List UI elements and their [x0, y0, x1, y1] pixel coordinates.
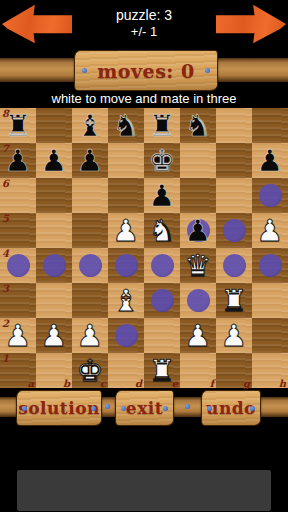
square-c3[interactable]: [72, 283, 108, 318]
piece-white-knight: ♞: [144, 213, 180, 248]
piece-black-rook: ♜: [144, 108, 180, 143]
square-c8[interactable]: ♝: [72, 108, 108, 143]
moves-counter: moves: 0: [97, 60, 194, 82]
square-e3[interactable]: [144, 283, 180, 318]
rank-label-5: 5: [2, 213, 9, 224]
square-e1[interactable]: e♜: [144, 353, 180, 388]
square-h5[interactable]: ♟: [252, 213, 288, 248]
puzzle-nav-bar: puzzle: 3 +/- 1: [0, 0, 288, 50]
square-d6[interactable]: [108, 178, 144, 213]
piece-white-rook: ♜: [144, 353, 180, 388]
piece-white-pawn: ♟: [36, 318, 72, 353]
file-label-a: a: [28, 378, 34, 389]
screw-icon: [163, 406, 168, 411]
square-b1[interactable]: b: [36, 353, 72, 388]
moves-plank: moves: 0: [74, 50, 218, 91]
piece-white-pawn: ♟: [72, 318, 108, 353]
exit-button[interactable]: exit: [115, 390, 174, 426]
square-f2[interactable]: ♟: [180, 318, 216, 353]
piece-white-bishop: ♝: [108, 283, 144, 318]
square-d4[interactable]: [108, 248, 144, 283]
screw-icon: [207, 406, 212, 411]
square-h8[interactable]: [252, 108, 288, 143]
next-puzzle-arrow-icon[interactable]: [216, 4, 286, 44]
square-d1[interactable]: d: [108, 353, 144, 388]
square-f3[interactable]: [180, 283, 216, 318]
move-hint-dot: [223, 219, 246, 242]
square-e8[interactable]: ♜: [144, 108, 180, 143]
square-a7[interactable]: 7♟: [0, 143, 36, 178]
puzzle-number-label: puzzle: 3: [74, 7, 214, 24]
ad-banner: [17, 470, 271, 511]
square-h4[interactable]: [252, 248, 288, 283]
square-c6[interactable]: [72, 178, 108, 213]
solution-button-label: solution: [18, 398, 100, 418]
undo-button-label: undo: [206, 398, 256, 418]
square-g3[interactable]: ♜: [216, 283, 252, 318]
puzzle-title-block: puzzle: 3 +/- 1: [74, 7, 214, 39]
screw-icon: [105, 404, 110, 409]
puzzle-nav-hint: +/- 1: [74, 24, 214, 39]
square-h1[interactable]: h: [252, 353, 288, 388]
square-f6[interactable]: [180, 178, 216, 213]
screw-icon: [250, 406, 255, 411]
prev-puzzle-arrow-icon[interactable]: [2, 4, 72, 44]
screw-icon: [91, 406, 96, 411]
piece-black-king: ♚: [144, 143, 180, 178]
piece-white-king: ♚: [72, 353, 108, 388]
piece-white-pawn: ♟: [108, 213, 144, 248]
square-f5[interactable]: ♟: [180, 213, 216, 248]
square-b6[interactable]: [36, 178, 72, 213]
square-b4[interactable]: [36, 248, 72, 283]
piece-black-knight: ♞: [180, 108, 216, 143]
square-g8[interactable]: [216, 108, 252, 143]
screw-icon: [205, 68, 210, 73]
square-c2[interactable]: ♟: [72, 318, 108, 353]
file-label-d: d: [135, 378, 142, 389]
square-a2[interactable]: 2♟: [0, 318, 36, 353]
square-d2[interactable]: [108, 318, 144, 353]
move-hint-dot: [115, 324, 138, 347]
piece-white-pawn: ♟: [216, 318, 252, 353]
rank-label-1: 1: [2, 353, 9, 364]
file-label-b: b: [63, 378, 70, 389]
square-g4[interactable]: [216, 248, 252, 283]
file-label-f: f: [210, 378, 214, 389]
rank-label-3: 3: [2, 283, 9, 294]
square-f1[interactable]: f: [180, 353, 216, 388]
move-hint-dot: [187, 289, 210, 312]
piece-white-pawn: ♟: [0, 318, 36, 353]
move-hint-dot: [259, 254, 282, 277]
solution-button[interactable]: solution: [16, 390, 102, 426]
square-h6[interactable]: [252, 178, 288, 213]
square-f4[interactable]: ♛: [180, 248, 216, 283]
square-a6[interactable]: 6: [0, 178, 36, 213]
rank-label-4: 4: [2, 248, 9, 259]
piece-white-pawn: ♟: [180, 318, 216, 353]
square-e7[interactable]: ♚: [144, 143, 180, 178]
square-g7[interactable]: [216, 143, 252, 178]
piece-black-pawn: ♟: [72, 143, 108, 178]
square-b8[interactable]: [36, 108, 72, 143]
move-hint-dot: [151, 289, 174, 312]
piece-black-bishop: ♝: [72, 108, 108, 143]
square-c5[interactable]: [72, 213, 108, 248]
square-c4[interactable]: [72, 248, 108, 283]
square-c1[interactable]: c♚: [72, 353, 108, 388]
piece-white-queen: ♛: [180, 248, 216, 283]
square-d7[interactable]: [108, 143, 144, 178]
piece-black-pawn: ♟: [144, 178, 180, 213]
square-g1[interactable]: g: [216, 353, 252, 388]
square-g2[interactable]: ♟: [216, 318, 252, 353]
screw-icon: [185, 404, 190, 409]
square-h2[interactable]: [252, 318, 288, 353]
piece-black-pawn: ♟: [180, 213, 216, 248]
screw-icon: [121, 406, 126, 411]
piece-black-knight: ♞: [108, 108, 144, 143]
square-b7[interactable]: ♟: [36, 143, 72, 178]
square-g5[interactable]: [216, 213, 252, 248]
piece-black-pawn: ♟: [36, 143, 72, 178]
move-hint-dot: [223, 254, 246, 277]
square-a5[interactable]: 5: [0, 213, 36, 248]
square-e5[interactable]: ♞: [144, 213, 180, 248]
square-d8[interactable]: ♞: [108, 108, 144, 143]
square-g6[interactable]: [216, 178, 252, 213]
move-hint-dot: [151, 254, 174, 277]
square-a4[interactable]: 4: [0, 248, 36, 283]
chess-board[interactable]: 8♜♝♞♜♞7♟♟♟♚♟6♟5♟♞♟♟4♛3♝♜2♟♟♟♟♟1abc♚de♜fg…: [0, 108, 288, 388]
move-hint-dot: [7, 254, 30, 277]
status-banner: white to move and mate in three: [0, 90, 288, 108]
undo-button[interactable]: undo: [201, 390, 261, 426]
move-hint-dot: [115, 254, 138, 277]
square-h3[interactable]: [252, 283, 288, 318]
square-b2[interactable]: ♟: [36, 318, 72, 353]
app-root: puzzle: 3 +/- 1 moves: 0 white to move a…: [0, 0, 288, 512]
move-hint-dot: [79, 254, 102, 277]
square-a1[interactable]: 1a: [0, 353, 36, 388]
square-e4[interactable]: [144, 248, 180, 283]
piece-white-rook: ♜: [216, 283, 252, 318]
exit-button-label: exit: [126, 398, 163, 418]
move-hint-dot: [43, 254, 66, 277]
piece-black-rook: ♜: [0, 108, 36, 143]
square-b5[interactable]: [36, 213, 72, 248]
square-a8[interactable]: 8♜: [0, 108, 36, 143]
square-c7[interactable]: ♟: [72, 143, 108, 178]
screw-icon: [22, 406, 27, 411]
square-d5[interactable]: ♟: [108, 213, 144, 248]
piece-white-pawn: ♟: [252, 213, 288, 248]
square-f7[interactable]: [180, 143, 216, 178]
rank-label-6: 6: [2, 178, 9, 189]
screw-icon: [82, 68, 87, 73]
square-e6[interactable]: ♟: [144, 178, 180, 213]
piece-black-pawn: ♟: [0, 143, 36, 178]
square-h7[interactable]: ♟: [252, 143, 288, 178]
square-f8[interactable]: ♞: [180, 108, 216, 143]
square-e2[interactable]: [144, 318, 180, 353]
square-b3[interactable]: [36, 283, 72, 318]
file-label-g: g: [243, 378, 250, 389]
square-a3[interactable]: 3: [0, 283, 36, 318]
move-hint-dot: [259, 184, 282, 207]
file-label-h: h: [279, 378, 286, 389]
piece-black-pawn: ♟: [252, 143, 288, 178]
square-d3[interactable]: ♝: [108, 283, 144, 318]
